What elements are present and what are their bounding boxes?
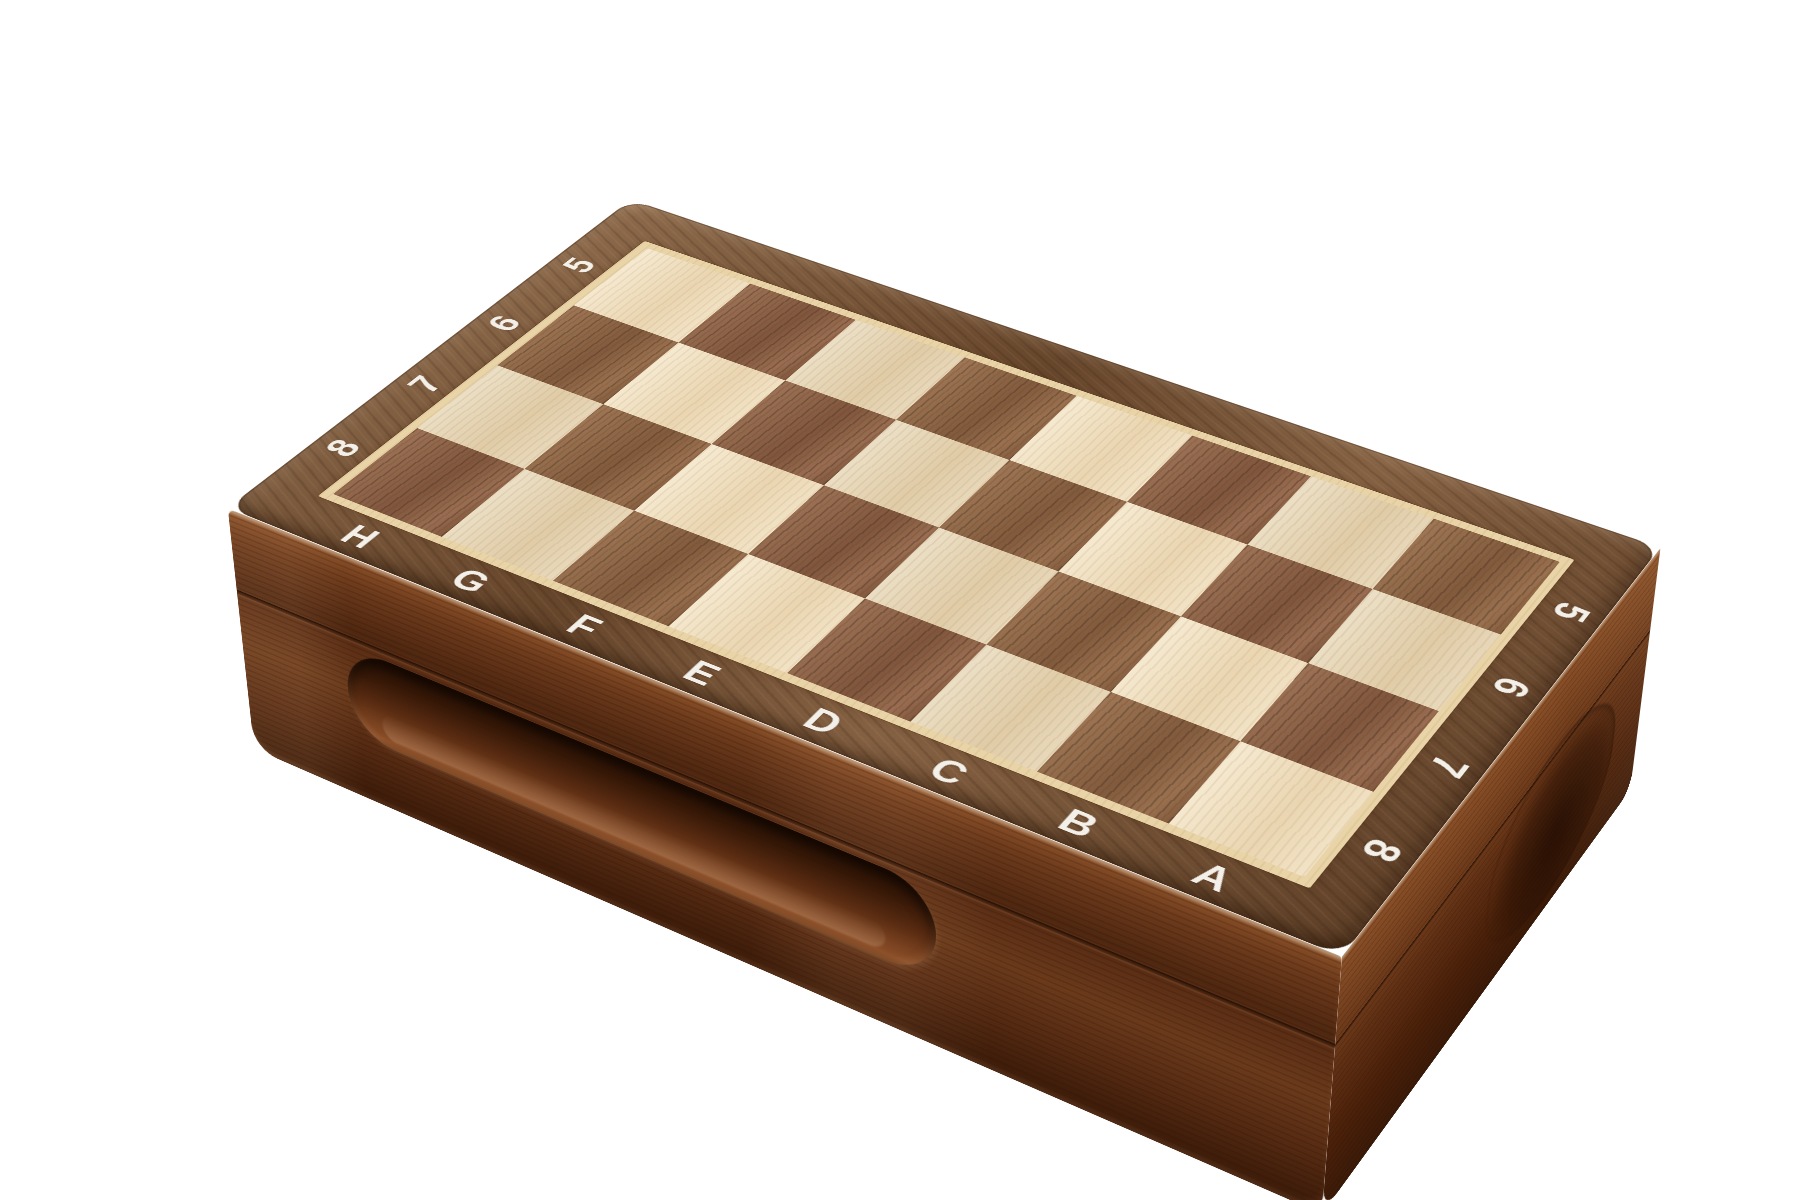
product-photo-scene: HGFEDCBA 5678 5678 — [0, 0, 1800, 1200]
file-label-a: A — [1185, 857, 1240, 898]
file-label-e: E — [676, 656, 728, 691]
rank-label-right-5: 5 — [1544, 598, 1599, 627]
file-label-b: B — [1051, 804, 1106, 843]
file-label-f: F — [559, 610, 608, 643]
file-label-g: G — [443, 564, 498, 598]
rank-label-right-7: 7 — [1420, 751, 1477, 783]
file-label-h: H — [334, 521, 387, 553]
file-label-c: C — [922, 753, 976, 791]
file-label-d: D — [796, 703, 850, 740]
rank-label-left-6: 6 — [480, 312, 529, 335]
rank-label-right-6: 6 — [1484, 672, 1540, 702]
rank-label-left-8: 8 — [317, 435, 368, 461]
rank-label-right-8: 8 — [1353, 834, 1412, 868]
rank-label-left-7: 7 — [400, 372, 450, 397]
rank-label-left-5: 5 — [555, 254, 602, 276]
folded-chess-box: HGFEDCBA 5678 5678 — [228, 200, 1661, 957]
